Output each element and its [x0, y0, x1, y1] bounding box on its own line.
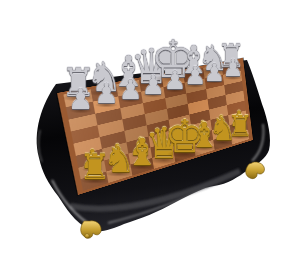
- silver-pawn-h7: ♟: [222, 57, 243, 81]
- gold-rook-h1: ♜: [227, 112, 253, 141]
- silver-pawn-e7: ♟: [163, 68, 186, 94]
- silver-pawn-d7: ♟: [142, 72, 166, 98]
- silver-pawn-a7: ♟: [68, 85, 94, 114]
- silver-pawn-b7: ♟: [94, 80, 119, 108]
- pieces-layer: ♜♞♝♛♚♝♞♜♟♟♟♟♟♟♟♟♟♟♟♟♟♟♟♟♜♞♝♛♚♝♞♜: [0, 0, 300, 266]
- chess-set-photo: ♜♞♝♛♚♝♞♜♟♟♟♟♟♟♟♟♟♟♟♟♟♟♟♟♜♞♝♛♚♝♞♜: [0, 0, 300, 266]
- silver-pawn-c7: ♟: [118, 76, 142, 103]
